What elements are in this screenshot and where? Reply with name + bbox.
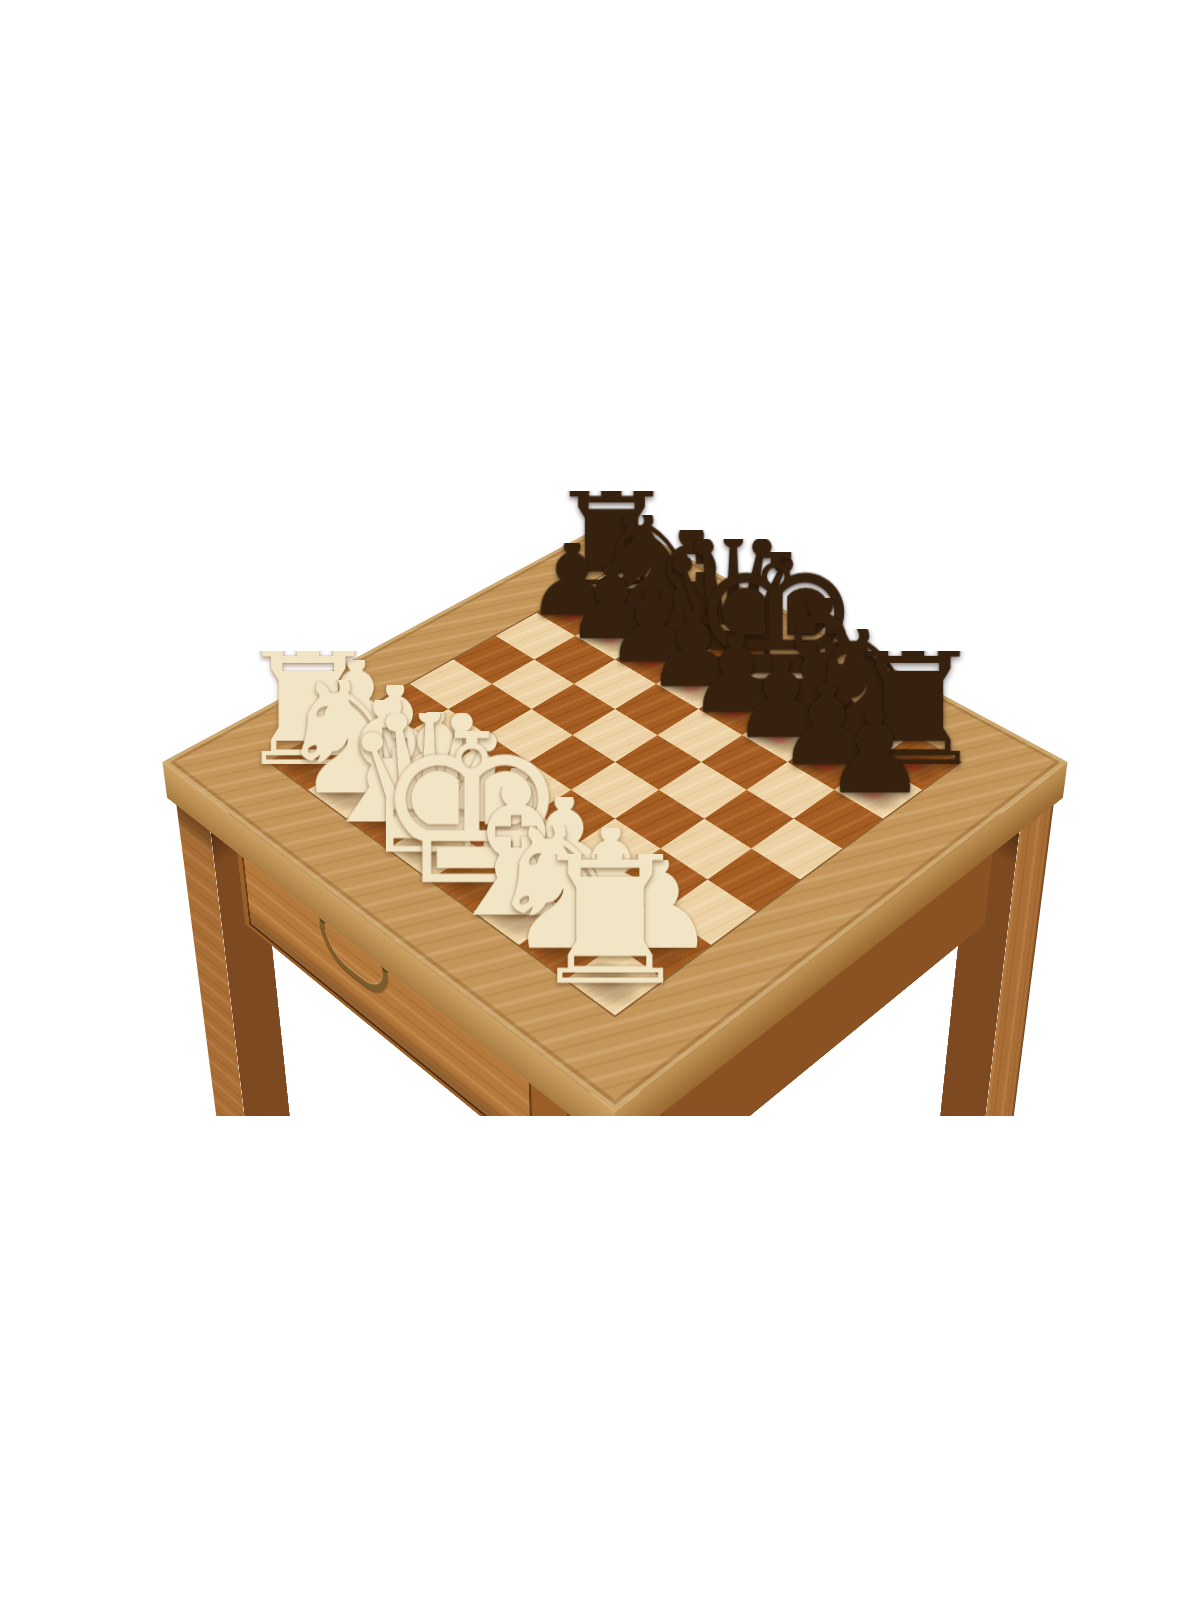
photo-crop: ♜♞♝♛♚♝♞♜♟♟♟♟♟♟♟♟♟♟♟♟♟♟♟♟♜♞♝♛♚♝♞♜ — [0, 0, 1200, 1116]
scene-viewport: ♜♞♝♛♚♝♞♜♟♟♟♟♟♟♟♟♟♟♟♟♟♟♟♟♜♞♝♛♚♝♞♜ — [0, 0, 1200, 1116]
table-top: ♜♞♝♛♚♝♞♜♟♟♟♟♟♟♟♟♟♟♟♟♟♟♟♟♜♞♝♛♚♝♞♜ — [162, 518, 1067, 1111]
product-photo: ♜♞♝♛♚♝♞♜♟♟♟♟♟♟♟♟♟♟♟♟♟♟♟♟♜♞♝♛♚♝♞♜ — [0, 0, 1200, 1600]
pieces-layer: ♜♞♝♛♚♝♞♜♟♟♟♟♟♟♟♟♟♟♟♟♟♟♟♟♜♞♝♛♚♝♞♜ — [162, 518, 1067, 1111]
